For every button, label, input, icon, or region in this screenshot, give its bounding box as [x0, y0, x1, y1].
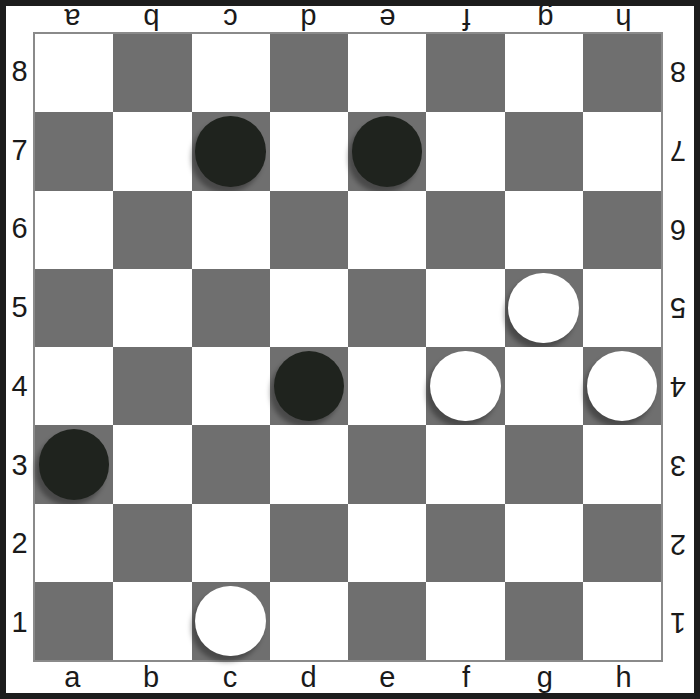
- square-c3[interactable]: [192, 425, 270, 503]
- square-d6[interactable]: [270, 191, 348, 269]
- square-e3[interactable]: [348, 425, 426, 503]
- rank-label-right-7: 7: [663, 111, 693, 190]
- checker-black-e7[interactable]: [352, 116, 422, 186]
- file-label-top-d: d: [269, 5, 348, 32]
- square-a8[interactable]: [35, 34, 113, 112]
- checker-white-c1[interactable]: [195, 586, 265, 656]
- square-g8[interactable]: [505, 34, 583, 112]
- square-f8[interactable]: [426, 34, 504, 112]
- square-f3[interactable]: [426, 425, 504, 503]
- square-d5[interactable]: [270, 269, 348, 347]
- square-b2[interactable]: [113, 504, 191, 582]
- square-c1[interactable]: [192, 582, 270, 660]
- square-e4[interactable]: [348, 347, 426, 425]
- checkers-board-diagram: abcdefgh abcdefgh 87654321 87654321: [0, 0, 700, 699]
- rank-label-left-1: 1: [6, 583, 33, 662]
- square-a7[interactable]: [35, 112, 113, 190]
- file-label-top-b: b: [112, 5, 191, 32]
- rank-labels-right: 87654321: [663, 32, 693, 662]
- square-a3[interactable]: [35, 425, 113, 503]
- square-c2[interactable]: [192, 504, 270, 582]
- square-f7[interactable]: [426, 112, 504, 190]
- square-a6[interactable]: [35, 191, 113, 269]
- rank-label-right-6: 6: [663, 190, 693, 269]
- square-g4[interactable]: [505, 347, 583, 425]
- checker-white-g5[interactable]: [508, 273, 578, 343]
- rank-label-right-4: 4: [663, 347, 693, 426]
- square-h3[interactable]: [583, 425, 661, 503]
- square-d2[interactable]: [270, 504, 348, 582]
- square-b3[interactable]: [113, 425, 191, 503]
- rank-label-right-8: 8: [663, 32, 693, 111]
- rank-label-left-7: 7: [6, 111, 33, 190]
- square-d7[interactable]: [270, 112, 348, 190]
- rank-label-left-6: 6: [6, 190, 33, 269]
- file-label-bottom-b: b: [112, 662, 191, 692]
- square-e2[interactable]: [348, 504, 426, 582]
- file-label-bottom-d: d: [269, 662, 348, 692]
- square-c4[interactable]: [192, 347, 270, 425]
- square-h8[interactable]: [583, 34, 661, 112]
- square-h2[interactable]: [583, 504, 661, 582]
- rank-label-left-2: 2: [6, 505, 33, 584]
- file-label-bottom-h: h: [584, 662, 663, 692]
- rank-label-left-5: 5: [6, 268, 33, 347]
- square-a4[interactable]: [35, 347, 113, 425]
- square-g5[interactable]: [505, 269, 583, 347]
- square-c8[interactable]: [192, 34, 270, 112]
- rank-labels-left: 87654321: [6, 32, 33, 662]
- square-a1[interactable]: [35, 582, 113, 660]
- checker-white-h4[interactable]: [587, 351, 657, 421]
- checker-black-a3[interactable]: [39, 429, 109, 499]
- checker-white-f4[interactable]: [430, 351, 500, 421]
- square-f2[interactable]: [426, 504, 504, 582]
- board: [33, 32, 663, 662]
- square-e6[interactable]: [348, 191, 426, 269]
- file-label-bottom-f: f: [427, 662, 506, 692]
- file-label-bottom-e: e: [348, 662, 427, 692]
- square-b6[interactable]: [113, 191, 191, 269]
- square-f5[interactable]: [426, 269, 504, 347]
- square-f4[interactable]: [426, 347, 504, 425]
- square-b5[interactable]: [113, 269, 191, 347]
- square-e5[interactable]: [348, 269, 426, 347]
- square-d8[interactable]: [270, 34, 348, 112]
- square-f6[interactable]: [426, 191, 504, 269]
- square-g1[interactable]: [505, 582, 583, 660]
- rank-label-right-1: 1: [663, 583, 693, 662]
- file-label-bottom-c: c: [191, 662, 270, 692]
- square-h1[interactable]: [583, 582, 661, 660]
- square-a2[interactable]: [35, 504, 113, 582]
- file-label-bottom-a: a: [33, 662, 112, 692]
- square-c5[interactable]: [192, 269, 270, 347]
- square-e8[interactable]: [348, 34, 426, 112]
- file-labels-bottom: abcdefgh: [33, 662, 663, 692]
- file-label-top-f: f: [427, 5, 506, 32]
- rank-label-right-2: 2: [663, 505, 693, 584]
- square-g3[interactable]: [505, 425, 583, 503]
- rank-label-right-3: 3: [663, 426, 693, 505]
- square-h5[interactable]: [583, 269, 661, 347]
- square-b1[interactable]: [113, 582, 191, 660]
- square-a5[interactable]: [35, 269, 113, 347]
- square-f1[interactable]: [426, 582, 504, 660]
- square-e1[interactable]: [348, 582, 426, 660]
- square-g6[interactable]: [505, 191, 583, 269]
- square-h4[interactable]: [583, 347, 661, 425]
- square-b8[interactable]: [113, 34, 191, 112]
- file-labels-top: abcdefgh: [33, 5, 663, 32]
- square-c7[interactable]: [192, 112, 270, 190]
- square-g2[interactable]: [505, 504, 583, 582]
- square-h7[interactable]: [583, 112, 661, 190]
- file-label-top-h: h: [584, 5, 663, 32]
- checker-black-d4[interactable]: [274, 351, 344, 421]
- square-d3[interactable]: [270, 425, 348, 503]
- file-label-bottom-g: g: [506, 662, 585, 692]
- file-label-top-a: a: [33, 5, 112, 32]
- file-label-top-c: c: [191, 5, 270, 32]
- square-h6[interactable]: [583, 191, 661, 269]
- rank-label-left-4: 4: [6, 347, 33, 426]
- rank-label-right-5: 5: [663, 268, 693, 347]
- file-label-top-e: e: [348, 5, 427, 32]
- square-b7[interactable]: [113, 112, 191, 190]
- square-b4[interactable]: [113, 347, 191, 425]
- rank-label-left-3: 3: [6, 426, 33, 505]
- square-g7[interactable]: [505, 112, 583, 190]
- square-d1[interactable]: [270, 582, 348, 660]
- square-c6[interactable]: [192, 191, 270, 269]
- square-e7[interactable]: [348, 112, 426, 190]
- square-d4[interactable]: [270, 347, 348, 425]
- rank-label-left-8: 8: [6, 32, 33, 111]
- checker-black-c7[interactable]: [195, 116, 265, 186]
- file-label-top-g: g: [506, 5, 585, 32]
